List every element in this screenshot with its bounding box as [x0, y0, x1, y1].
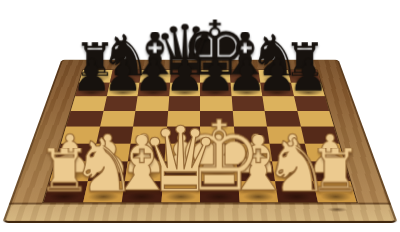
square-d1[interactable]: ♛ — [161, 181, 200, 202]
square-h7[interactable]: ♟ — [291, 83, 325, 97]
board-scene: ♜♞♝♛♚♝♞♜♟♟♟♟♟♟♟♟♟♟♟♟♟♟♟♟♜♞♝♛♚♝♞♜ — [37, 0, 363, 232]
square-g1[interactable]: ♞ — [275, 181, 317, 202]
chess-board: ♜♞♝♛♚♝♞♜♟♟♟♟♟♟♟♟♟♟♟♟♟♟♟♟♜♞♝♛♚♝♞♜ — [2, 60, 398, 223]
piece-white-knight[interactable]: ♞ — [70, 137, 136, 196]
square-b6[interactable] — [103, 96, 137, 111]
square-a6[interactable] — [71, 96, 107, 111]
piece-white-queen[interactable]: ♛ — [140, 124, 221, 196]
square-b1[interactable]: ♞ — [83, 181, 125, 202]
photo-canvas: ♜♞♝♛♚♝♞♜♟♟♟♟♟♟♟♟♟♟♟♟♟♟♟♟♜♞♝♛♚♝♞♜ — [0, 0, 400, 232]
piece-black-pawn[interactable]: ♟ — [288, 57, 328, 92]
square-h6[interactable] — [294, 96, 330, 111]
piece-white-knight[interactable]: ♞ — [264, 137, 330, 196]
board-grid: ♜♞♝♛♚♝♞♜♟♟♟♟♟♟♟♟♟♟♟♟♟♟♟♟♜♞♝♛♚♝♞♜ — [42, 70, 358, 203]
square-g6[interactable] — [262, 96, 296, 111]
